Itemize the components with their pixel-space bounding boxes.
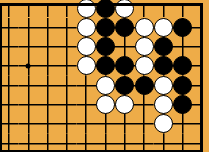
board-intersection[interactable] [0, 56, 19, 75]
board-intersection[interactable] [57, 95, 76, 114]
white-stone: ○ [77, 18, 96, 37]
board-intersection[interactable]: ● [96, 18, 115, 37]
board-intersection[interactable]: ● [173, 56, 192, 75]
board-intersection[interactable] [38, 114, 57, 133]
board-intersection[interactable] [0, 37, 19, 56]
board-intersection[interactable]: ● [115, 76, 134, 95]
board-intersection[interactable]: ○ [154, 76, 173, 95]
board-intersection[interactable] [57, 134, 76, 152]
board-intersection[interactable]: ○ [115, 95, 134, 114]
board-intersection[interactable]: ○ [77, 18, 96, 37]
board-intersection[interactable]: ○ [154, 95, 173, 114]
black-stone: ● [154, 37, 173, 56]
white-stone: ○ [154, 76, 173, 95]
board-intersection[interactable] [38, 134, 57, 152]
board-intersection[interactable]: ○ [134, 18, 153, 37]
white-stone: ○ [135, 56, 154, 75]
white-stone: ○ [115, 95, 134, 114]
white-stone: ○ [77, 37, 96, 56]
board-intersection[interactable] [77, 76, 96, 95]
board-intersection[interactable]: ○ [77, 37, 96, 56]
board-intersection[interactable] [77, 95, 96, 114]
crop-frame-left-line [0, 3, 2, 152]
board-intersection[interactable]: ● [96, 56, 115, 75]
board-intersection[interactable] [19, 114, 38, 133]
board-intersection[interactable] [0, 95, 19, 114]
board-intersection[interactable] [134, 134, 153, 152]
board-intersection[interactable]: ○ [96, 76, 115, 95]
board-intersection[interactable]: ● [173, 76, 192, 95]
black-stone: ● [115, 18, 134, 37]
black-stone: ● [173, 56, 192, 75]
board-intersection[interactable] [173, 114, 192, 133]
board-intersection[interactable] [57, 18, 76, 37]
board-intersection[interactable] [38, 18, 57, 37]
black-stone: ● [173, 95, 192, 114]
board-intersection[interactable] [173, 37, 192, 56]
board-intersection[interactable] [115, 114, 134, 133]
board-intersection[interactable] [19, 37, 38, 56]
black-stone: ● [96, 56, 115, 75]
board-intersection[interactable]: ● [173, 95, 192, 114]
black-stone: ● [115, 76, 134, 95]
board-intersection[interactable] [38, 56, 57, 75]
board-right-edge-line [200, 3, 203, 152]
board-intersection[interactable]: ○ [134, 37, 153, 56]
board-top-edge-line [0, 3, 203, 6]
black-stone: ● [96, 37, 115, 56]
white-stone: ○ [77, 56, 96, 75]
board-intersection[interactable] [0, 114, 19, 133]
board-intersection[interactable] [57, 37, 76, 56]
white-stone: ○ [96, 95, 115, 114]
board-intersection[interactable] [19, 76, 38, 95]
board-intersection[interactable] [38, 76, 57, 95]
white-stone: ○ [135, 18, 154, 37]
go-board[interactable]: ○●○○●●○○●○●○●○●●○●●○●●○●○○○●○ [0, 0, 209, 152]
board-intersection[interactable]: ● [154, 37, 173, 56]
star-point [26, 63, 31, 68]
board-intersection[interactable]: ● [134, 76, 153, 95]
board-intersection[interactable]: ○ [154, 18, 173, 37]
board-intersection[interactable] [134, 95, 153, 114]
black-stone: ● [115, 56, 134, 75]
board-intersection[interactable] [57, 76, 76, 95]
board-intersection[interactable]: ● [96, 37, 115, 56]
board-intersection[interactable] [173, 134, 192, 152]
black-stone: ● [173, 18, 192, 37]
board-intersection[interactable] [19, 134, 38, 152]
board-intersection[interactable] [38, 95, 57, 114]
board-intersection[interactable] [57, 56, 76, 75]
white-stone: ○ [154, 18, 173, 37]
board-intersection[interactable] [0, 18, 19, 37]
white-stone: ○ [154, 114, 173, 133]
black-stone: ● [135, 76, 154, 95]
board-intersection[interactable]: ● [115, 56, 134, 75]
board-intersection[interactable] [154, 134, 173, 152]
board-intersection[interactable] [134, 114, 153, 133]
board-intersection[interactable] [0, 76, 19, 95]
board-intersection[interactable]: ● [115, 18, 134, 37]
black-stone: ● [154, 56, 173, 75]
board-intersection[interactable]: ○ [96, 95, 115, 114]
black-stone: ● [173, 76, 192, 95]
board-intersection[interactable] [19, 95, 38, 114]
board-intersection[interactable] [19, 18, 38, 37]
board-intersection[interactable] [77, 114, 96, 133]
white-stone: ○ [154, 95, 173, 114]
board-intersection[interactable]: ○ [154, 114, 173, 133]
board-intersection[interactable] [77, 134, 96, 152]
board-intersection[interactable] [96, 134, 115, 152]
board-intersection[interactable] [57, 114, 76, 133]
board-intersection[interactable] [115, 37, 134, 56]
board-intersection[interactable] [0, 134, 19, 152]
go-diagram: ○●○○●●○○●○●○●○●●○●●○●●○●○○○●○ [0, 0, 209, 152]
board-intersection[interactable]: ● [173, 18, 192, 37]
board-intersection[interactable]: ○ [134, 56, 153, 75]
white-stone: ○ [96, 76, 115, 95]
black-stone: ● [96, 18, 115, 37]
crop-frame-bottom-line [0, 150, 203, 152]
board-intersection[interactable] [38, 37, 57, 56]
white-stone: ○ [135, 37, 154, 56]
board-intersection[interactable] [115, 134, 134, 152]
board-intersection[interactable]: ● [154, 56, 173, 75]
board-intersection[interactable] [96, 114, 115, 133]
board-intersection[interactable]: ○ [77, 56, 96, 75]
